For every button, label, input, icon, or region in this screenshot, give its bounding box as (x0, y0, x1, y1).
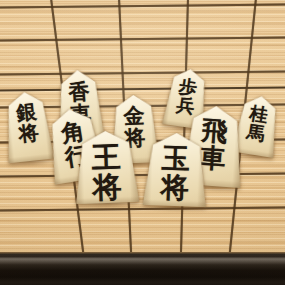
grid-row-line (0, 3, 285, 8)
grid-row-line (0, 36, 285, 41)
kanji-bottom: 将 (92, 172, 122, 203)
kanji-bottom: 馬 (245, 122, 266, 143)
kanji-bottom: 将 (18, 122, 40, 145)
kanji-top: 玉 (161, 143, 190, 173)
piece-gyokusho-king[interactable]: 玉将 (143, 132, 209, 207)
board-front-edge (0, 252, 285, 285)
kanji-top: 王 (91, 141, 121, 172)
piece-kanji: 王将 (74, 141, 139, 204)
grid-row-line (0, 172, 285, 177)
kanji-bottom: 将 (160, 173, 189, 203)
photo-scene: 香車歩兵銀将金将桂馬角行飛車王将玉将 (0, 0, 285, 285)
piece-kanji: 玉将 (143, 143, 208, 204)
piece-osho-king[interactable]: 王将 (74, 130, 139, 204)
grid-row-line (0, 70, 285, 75)
